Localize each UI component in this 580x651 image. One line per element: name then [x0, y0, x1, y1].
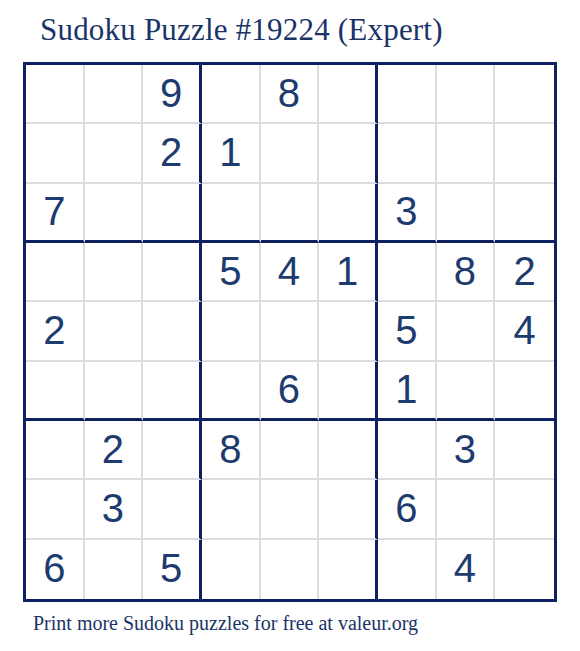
sudoku-cell-r5c2 [85, 302, 144, 361]
sudoku-cell-r5c8 [437, 302, 496, 361]
sudoku-cell-r4c3 [143, 243, 202, 302]
sudoku-cell-r8c7: 6 [378, 480, 437, 539]
sudoku-cell-r9c6 [319, 540, 378, 599]
sudoku-cell-r6c6 [319, 362, 378, 421]
sudoku-cell-r7c4: 8 [202, 421, 261, 480]
sudoku-cell-r6c4 [202, 362, 261, 421]
sudoku-cell-r8c8 [437, 480, 496, 539]
sudoku-cell-r5c5 [261, 302, 320, 361]
sudoku-cell-r2c3: 2 [143, 124, 202, 183]
sudoku-cell-r8c5 [261, 480, 320, 539]
sudoku-cell-r7c6 [319, 421, 378, 480]
sudoku-cell-r3c4 [202, 184, 261, 243]
sudoku-cell-r1c6 [319, 65, 378, 124]
sudoku-cell-r5c1: 2 [26, 302, 85, 361]
sudoku-cell-r7c1 [26, 421, 85, 480]
sudoku-cell-r1c1 [26, 65, 85, 124]
sudoku-cell-r3c2 [85, 184, 144, 243]
sudoku-cell-r7c3 [143, 421, 202, 480]
sudoku-cell-r7c2: 2 [85, 421, 144, 480]
sudoku-cell-r1c2 [85, 65, 144, 124]
sudoku-cell-r6c5: 6 [261, 362, 320, 421]
sudoku-cell-r1c8 [437, 65, 496, 124]
sudoku-cell-r7c9 [495, 421, 554, 480]
sudoku-cell-r5c4 [202, 302, 261, 361]
sudoku-cell-r3c1: 7 [26, 184, 85, 243]
sudoku-cell-r8c4 [202, 480, 261, 539]
sudoku-cell-r9c4 [202, 540, 261, 599]
sudoku-cell-r1c9 [495, 65, 554, 124]
sudoku-cell-r3c8 [437, 184, 496, 243]
sudoku-cell-r4c2 [85, 243, 144, 302]
sudoku-cell-r9c9 [495, 540, 554, 599]
sudoku-cell-r9c2 [85, 540, 144, 599]
sudoku-cell-r2c5 [261, 124, 320, 183]
sudoku-cell-r9c3: 5 [143, 540, 202, 599]
sudoku-cell-r2c4: 1 [202, 124, 261, 183]
sudoku-cell-r4c7 [378, 243, 437, 302]
sudoku-cell-r5c9: 4 [495, 302, 554, 361]
sudoku-cell-r6c1 [26, 362, 85, 421]
sudoku-cell-r8c1 [26, 480, 85, 539]
sudoku-cell-r6c8 [437, 362, 496, 421]
sudoku-cell-r5c6 [319, 302, 378, 361]
sudoku-cell-r8c2: 3 [85, 480, 144, 539]
sudoku-cell-r5c3 [143, 302, 202, 361]
sudoku-cell-r1c5: 8 [261, 65, 320, 124]
sudoku-grid: 982173541822546128336654 [23, 62, 557, 602]
sudoku-cell-r4c9: 2 [495, 243, 554, 302]
sudoku-cell-r7c7 [378, 421, 437, 480]
sudoku-cell-r2c7 [378, 124, 437, 183]
sudoku-cell-r2c1 [26, 124, 85, 183]
sudoku-cell-r4c5: 4 [261, 243, 320, 302]
sudoku-cell-r9c8: 4 [437, 540, 496, 599]
sudoku-cell-r1c3: 9 [143, 65, 202, 124]
sudoku-cell-r7c8: 3 [437, 421, 496, 480]
page-title: Sudoku Puzzle #19224 (Expert) [40, 12, 443, 48]
sudoku-cell-r4c8: 8 [437, 243, 496, 302]
sudoku-cell-r4c6: 1 [319, 243, 378, 302]
sudoku-cell-r6c3 [143, 362, 202, 421]
sudoku-cell-r4c1 [26, 243, 85, 302]
sudoku-cell-r4c4: 5 [202, 243, 261, 302]
sudoku-cell-r2c9 [495, 124, 554, 183]
sudoku-cell-r2c8 [437, 124, 496, 183]
sudoku-cell-r7c5 [261, 421, 320, 480]
sudoku-cell-r3c6 [319, 184, 378, 243]
sudoku-cell-r8c6 [319, 480, 378, 539]
sudoku-cell-r1c4 [202, 65, 261, 124]
sudoku-cell-r9c7 [378, 540, 437, 599]
sudoku-cell-r6c7: 1 [378, 362, 437, 421]
sudoku-cell-r6c2 [85, 362, 144, 421]
sudoku-cell-r8c9 [495, 480, 554, 539]
sudoku-cell-r5c7: 5 [378, 302, 437, 361]
sudoku-cell-r3c9 [495, 184, 554, 243]
sudoku-cell-r3c7: 3 [378, 184, 437, 243]
sudoku-cell-r6c9 [495, 362, 554, 421]
sudoku-cell-r2c6 [319, 124, 378, 183]
sudoku-cell-r1c7 [378, 65, 437, 124]
sudoku-cell-r3c3 [143, 184, 202, 243]
sudoku-cell-r9c5 [261, 540, 320, 599]
sudoku-cell-r3c5 [261, 184, 320, 243]
sudoku-cell-r2c2 [85, 124, 144, 183]
sudoku-cell-r9c1: 6 [26, 540, 85, 599]
footer-text: Print more Sudoku puzzles for free at va… [33, 612, 418, 635]
sudoku-cell-r8c3 [143, 480, 202, 539]
